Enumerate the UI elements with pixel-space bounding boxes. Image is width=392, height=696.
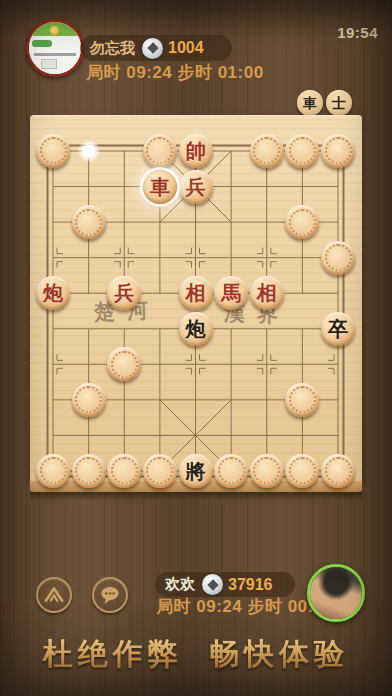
piece-char: 兵	[107, 276, 141, 310]
piece-r6c2-hidden[interactable]	[107, 347, 141, 381]
status-clock: 19:54	[337, 24, 378, 41]
piece-r3c8-hidden[interactable]	[321, 241, 355, 275]
opponent-info-pill: 勿忘我 1004	[80, 35, 232, 61]
piece-r9c3-hidden[interactable]	[143, 454, 177, 488]
captured-piece: 士	[326, 90, 352, 116]
player-coins: 37916	[228, 576, 273, 594]
piece-r9c8-hidden[interactable]	[321, 454, 355, 488]
avatar-image	[29, 22, 81, 74]
piece-char: 炮	[36, 276, 70, 310]
piece-r4c0-炮[interactable]: 炮	[36, 276, 70, 310]
piece-char: 兵	[179, 170, 213, 204]
piece-r9c4-將[interactable]: 將	[179, 454, 213, 488]
captured-pieces-tray: 車 士	[297, 90, 352, 116]
chevron-up-icon	[41, 582, 67, 608]
piece-char: 炮	[179, 312, 213, 346]
opponent-coins: 1004	[168, 39, 204, 57]
pieces-layer: 帥車兵炮兵相馬相炮卒將	[35, 133, 356, 489]
piece-r0c0-hidden[interactable]	[36, 134, 70, 168]
piece-char: 帥	[179, 134, 213, 168]
piece-r4c6-相[interactable]: 相	[250, 276, 284, 310]
opponent-timers: 局时 09:24 步时 01:00	[86, 61, 264, 84]
piece-r9c6-hidden[interactable]	[250, 454, 284, 488]
xiangqi-board[interactable]: 楚河 漢界 帥車兵炮兵相馬相炮卒將	[30, 115, 362, 481]
player-info-pill: 欢欢 37916	[155, 572, 295, 597]
avatar-decoration	[50, 26, 59, 35]
piece-r7c1-hidden[interactable]	[72, 383, 106, 417]
piece-r9c5-hidden[interactable]	[214, 454, 248, 488]
piece-r7c7-hidden[interactable]	[285, 383, 319, 417]
piece-r0c4-帥[interactable]: 帥	[179, 134, 213, 168]
coin-icon	[202, 574, 223, 595]
avatar-decoration	[34, 53, 76, 56]
piece-r4c2-兵[interactable]: 兵	[107, 276, 141, 310]
opponent-avatar[interactable]	[26, 19, 84, 77]
piece-r5c4-炮[interactable]: 炮	[179, 312, 213, 346]
speech-bubble-icon	[97, 582, 123, 608]
piece-r5c8-卒[interactable]: 卒	[321, 312, 355, 346]
piece-r0c7-hidden[interactable]	[285, 134, 319, 168]
piece-r4c5-馬[interactable]: 馬	[214, 276, 248, 310]
anti-cheat-banner: 杜绝作弊 畅快体验	[0, 634, 392, 675]
piece-r0c6-hidden[interactable]	[250, 134, 284, 168]
player-name: 欢欢	[165, 575, 195, 594]
piece-char: 馬	[214, 276, 248, 310]
chat-button[interactable]	[92, 577, 128, 613]
board-shadow	[30, 492, 362, 501]
piece-r0c3-hidden[interactable]	[143, 134, 177, 168]
piece-char: 相	[250, 276, 284, 310]
piece-r9c0-hidden[interactable]	[36, 454, 70, 488]
piece-char: 車	[143, 170, 177, 204]
piece-r4c4-相[interactable]: 相	[179, 276, 213, 310]
piece-r1c3-車[interactable]: 車	[143, 170, 177, 204]
opponent-name: 勿忘我	[90, 39, 135, 58]
piece-char: 將	[179, 454, 213, 488]
avatar-decoration	[32, 40, 52, 47]
last-move-origin-marker	[78, 140, 100, 162]
piece-char: 相	[179, 276, 213, 310]
piece-r9c2-hidden[interactable]	[107, 454, 141, 488]
piece-char: 卒	[321, 312, 355, 346]
expand-button[interactable]	[36, 577, 72, 613]
piece-r0c8-hidden[interactable]	[321, 134, 355, 168]
piece-r2c7-hidden[interactable]	[285, 205, 319, 239]
piece-r2c1-hidden[interactable]	[72, 205, 106, 239]
coin-icon	[142, 38, 163, 59]
piece-r1c4-兵[interactable]: 兵	[179, 170, 213, 204]
avatar-image	[310, 567, 362, 619]
piece-r9c1-hidden[interactable]	[72, 454, 106, 488]
player-avatar[interactable]	[307, 564, 365, 622]
avatar-decoration	[41, 59, 57, 69]
captured-piece: 車	[297, 90, 323, 116]
